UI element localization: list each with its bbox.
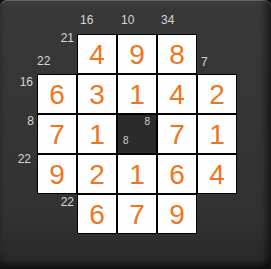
clue-across-row5: 22 <box>50 195 74 209</box>
cell-r3c1[interactable]: 2 <box>77 154 117 194</box>
cell-r4c3[interactable]: 9 <box>157 194 197 234</box>
cell-r1c2[interactable]: 1 <box>117 74 157 114</box>
cell-r0c2[interactable]: 9 <box>117 34 157 74</box>
clue-down-col3: 10 <box>121 13 134 27</box>
block-down-clue: 8 <box>123 136 129 146</box>
clue-block-cell: 8 8 <box>117 114 157 154</box>
block-across-clue: 8 <box>144 117 150 127</box>
puzzle-panel: 4 9 8 6 3 1 4 2 7 1 8 8 7 1 9 2 1 6 4 6 … <box>0 0 271 269</box>
cell-r2c3[interactable]: 7 <box>157 114 197 154</box>
cell-r4c1[interactable]: 6 <box>77 194 117 234</box>
cell-r0c1[interactable]: 4 <box>77 34 117 74</box>
cell-r1c4[interactable]: 2 <box>197 74 237 114</box>
cell-r3c4[interactable]: 4 <box>197 154 237 194</box>
cell-r3c0[interactable]: 9 <box>37 154 77 194</box>
clue-down-col5: 7 <box>201 55 208 69</box>
cell-r1c0[interactable]: 6 <box>37 74 77 114</box>
cell-r4c2[interactable]: 7 <box>117 194 157 234</box>
cell-r2c4[interactable]: 1 <box>197 114 237 154</box>
clue-across-row3: 8 <box>10 114 34 128</box>
cell-r3c3[interactable]: 6 <box>157 154 197 194</box>
clue-across-row2: 16 <box>9 75 33 89</box>
cell-r1c3[interactable]: 4 <box>157 74 197 114</box>
cell-r3c2[interactable]: 1 <box>117 154 157 194</box>
clue-across-row4: 22 <box>7 152 31 166</box>
cell-r0c3[interactable]: 8 <box>157 34 197 74</box>
clue-across-row1: 21 <box>50 31 74 45</box>
empty-area <box>197 194 237 234</box>
cell-r1c1[interactable]: 3 <box>77 74 117 114</box>
clue-down-col4: 34 <box>161 13 174 27</box>
cell-r2c0[interactable]: 7 <box>37 114 77 154</box>
clue-down-col1: 22 <box>37 54 50 68</box>
clue-down-col2: 16 <box>80 13 93 27</box>
cell-r2c1[interactable]: 1 <box>77 114 117 154</box>
